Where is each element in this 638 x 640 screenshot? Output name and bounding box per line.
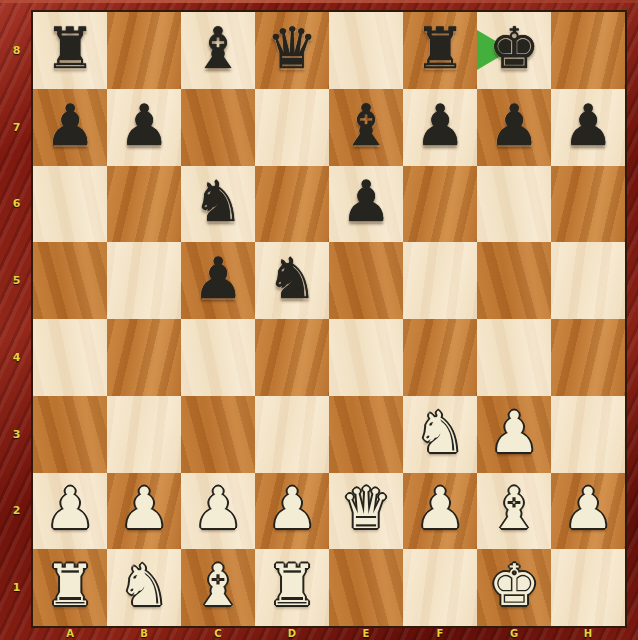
rank-label-8: 8 bbox=[0, 12, 33, 89]
white-pawn[interactable]: ♟ bbox=[266, 480, 317, 537]
square-a2[interactable]: ♟ bbox=[33, 473, 107, 550]
square-c8[interactable]: ♝ bbox=[181, 12, 255, 89]
square-e4[interactable] bbox=[329, 319, 403, 396]
square-e7[interactable]: ♝ bbox=[329, 89, 403, 166]
square-h4[interactable] bbox=[551, 319, 625, 396]
rank-label-3: 3 bbox=[0, 396, 33, 473]
file-label-c: C bbox=[181, 626, 255, 640]
rank-label-4: 4 bbox=[0, 319, 33, 396]
square-h8[interactable] bbox=[551, 12, 625, 89]
square-h7[interactable]: ♟ bbox=[551, 89, 625, 166]
square-d7[interactable] bbox=[255, 89, 329, 166]
white-pawn[interactable]: ♟ bbox=[118, 480, 169, 537]
square-e1[interactable] bbox=[329, 549, 403, 626]
square-c2[interactable]: ♟ bbox=[181, 473, 255, 550]
black-pawn[interactable]: ♟ bbox=[488, 97, 539, 154]
white-bishop[interactable]: ♝ bbox=[192, 557, 243, 614]
square-h2[interactable]: ♟ bbox=[551, 473, 625, 550]
square-c6[interactable]: ♞ bbox=[181, 166, 255, 243]
black-bishop[interactable]: ♝ bbox=[340, 97, 391, 154]
square-d6[interactable] bbox=[255, 166, 329, 243]
square-d8[interactable]: ♛ bbox=[255, 12, 329, 89]
file-label-b: B bbox=[107, 626, 181, 640]
black-rook[interactable]: ♜ bbox=[414, 20, 465, 77]
square-g8[interactable]: ♚ bbox=[477, 12, 551, 89]
black-pawn[interactable]: ♟ bbox=[192, 250, 243, 307]
square-b5[interactable] bbox=[107, 242, 181, 319]
square-g6[interactable] bbox=[477, 166, 551, 243]
file-coordinates: ABCDEFGH bbox=[33, 626, 625, 640]
rank-label-6: 6 bbox=[0, 166, 33, 243]
chess-board-grid: ♜♝♛♜♚♟♟♝♟♟♟♞♟♟♞♞♟♟♟♟♟♛♟♝♟♜♞♝♜♚ bbox=[33, 12, 625, 626]
black-rook[interactable]: ♜ bbox=[44, 20, 95, 77]
black-pawn[interactable]: ♟ bbox=[414, 97, 465, 154]
square-d2[interactable]: ♟ bbox=[255, 473, 329, 550]
square-a3[interactable] bbox=[33, 396, 107, 473]
square-b8[interactable] bbox=[107, 12, 181, 89]
square-g2[interactable]: ♝ bbox=[477, 473, 551, 550]
square-f1[interactable] bbox=[403, 549, 477, 626]
white-pawn[interactable]: ♟ bbox=[488, 404, 539, 461]
black-knight[interactable]: ♞ bbox=[266, 250, 317, 307]
white-bishop[interactable]: ♝ bbox=[488, 480, 539, 537]
file-label-h: H bbox=[551, 626, 625, 640]
rank-label-1: 1 bbox=[0, 549, 33, 626]
black-queen[interactable]: ♛ bbox=[266, 20, 317, 77]
square-d5[interactable]: ♞ bbox=[255, 242, 329, 319]
black-knight[interactable]: ♞ bbox=[192, 173, 243, 230]
file-label-a: A bbox=[33, 626, 107, 640]
white-rook[interactable]: ♜ bbox=[44, 557, 95, 614]
white-pawn[interactable]: ♟ bbox=[192, 480, 243, 537]
black-king[interactable]: ♚ bbox=[488, 20, 539, 77]
square-a4[interactable] bbox=[33, 319, 107, 396]
square-g5[interactable] bbox=[477, 242, 551, 319]
square-g1[interactable]: ♚ bbox=[477, 549, 551, 626]
square-e3[interactable] bbox=[329, 396, 403, 473]
black-pawn[interactable]: ♟ bbox=[340, 173, 391, 230]
square-b4[interactable] bbox=[107, 319, 181, 396]
white-pawn[interactable]: ♟ bbox=[414, 480, 465, 537]
square-f8[interactable]: ♜ bbox=[403, 12, 477, 89]
square-f7[interactable]: ♟ bbox=[403, 89, 477, 166]
square-g4[interactable] bbox=[477, 319, 551, 396]
square-f4[interactable] bbox=[403, 319, 477, 396]
square-e6[interactable]: ♟ bbox=[329, 166, 403, 243]
square-f3[interactable]: ♞ bbox=[403, 396, 477, 473]
square-h3[interactable] bbox=[551, 396, 625, 473]
white-knight[interactable]: ♞ bbox=[414, 404, 465, 461]
square-a5[interactable] bbox=[33, 242, 107, 319]
rank-coordinates: 87654321 bbox=[0, 12, 33, 626]
rank-label-2: 2 bbox=[0, 473, 33, 550]
square-h5[interactable] bbox=[551, 242, 625, 319]
rank-label-5: 5 bbox=[0, 242, 33, 319]
square-d1[interactable]: ♜ bbox=[255, 549, 329, 626]
black-pawn[interactable]: ♟ bbox=[118, 97, 169, 154]
square-c3[interactable] bbox=[181, 396, 255, 473]
square-b1[interactable]: ♞ bbox=[107, 549, 181, 626]
square-c7[interactable] bbox=[181, 89, 255, 166]
square-d3[interactable] bbox=[255, 396, 329, 473]
square-e2[interactable]: ♛ bbox=[329, 473, 403, 550]
square-g3[interactable]: ♟ bbox=[477, 396, 551, 473]
square-f5[interactable] bbox=[403, 242, 477, 319]
chessboard-window: 87654321 ♜♝♛♜♚♟♟♝♟♟♟♞♟♟♞♞♟♟♟♟♟♛♟♝♟♜♞♝♜♚ … bbox=[0, 0, 638, 640]
square-g7[interactable]: ♟ bbox=[477, 89, 551, 166]
file-label-d: D bbox=[255, 626, 329, 640]
white-knight[interactable]: ♞ bbox=[118, 557, 169, 614]
square-e8[interactable] bbox=[329, 12, 403, 89]
square-b7[interactable]: ♟ bbox=[107, 89, 181, 166]
square-d4[interactable] bbox=[255, 319, 329, 396]
square-h1[interactable] bbox=[551, 549, 625, 626]
white-pawn[interactable]: ♟ bbox=[562, 480, 613, 537]
file-label-g: G bbox=[477, 626, 551, 640]
square-a1[interactable]: ♜ bbox=[33, 549, 107, 626]
black-pawn[interactable]: ♟ bbox=[44, 97, 95, 154]
square-a6[interactable] bbox=[33, 166, 107, 243]
square-f6[interactable] bbox=[403, 166, 477, 243]
square-b2[interactable]: ♟ bbox=[107, 473, 181, 550]
square-c1[interactable]: ♝ bbox=[181, 549, 255, 626]
frame-edge-highlight bbox=[0, 0, 638, 3]
white-rook[interactable]: ♜ bbox=[266, 557, 317, 614]
square-c5[interactable]: ♟ bbox=[181, 242, 255, 319]
black-bishop[interactable]: ♝ bbox=[192, 20, 243, 77]
square-e5[interactable] bbox=[329, 242, 403, 319]
square-a7[interactable]: ♟ bbox=[33, 89, 107, 166]
white-king[interactable]: ♚ bbox=[488, 557, 539, 614]
square-c4[interactable] bbox=[181, 319, 255, 396]
file-label-e: E bbox=[329, 626, 403, 640]
square-b6[interactable] bbox=[107, 166, 181, 243]
square-h6[interactable] bbox=[551, 166, 625, 243]
file-label-f: F bbox=[403, 626, 477, 640]
square-b3[interactable] bbox=[107, 396, 181, 473]
rank-label-7: 7 bbox=[0, 89, 33, 166]
white-queen[interactable]: ♛ bbox=[340, 480, 391, 537]
white-pawn[interactable]: ♟ bbox=[44, 480, 95, 537]
square-f2[interactable]: ♟ bbox=[403, 473, 477, 550]
black-pawn[interactable]: ♟ bbox=[562, 97, 613, 154]
square-a8[interactable]: ♜ bbox=[33, 12, 107, 89]
